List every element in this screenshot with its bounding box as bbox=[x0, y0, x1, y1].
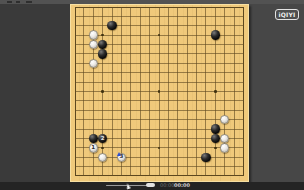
last-move-triangle-marker bbox=[117, 152, 121, 156]
move-number-label: 1 bbox=[91, 145, 95, 151]
title-strip-mark bbox=[16, 1, 20, 3]
seek-bar-thumb[interactable] bbox=[146, 183, 155, 187]
go-board[interactable]: 213 bbox=[70, 4, 249, 183]
stone-black bbox=[107, 21, 116, 30]
stone-black bbox=[201, 153, 210, 162]
time-total: 00:00 bbox=[174, 183, 190, 189]
stone-white: 3 bbox=[117, 153, 126, 162]
stone-black bbox=[211, 134, 220, 143]
player-background-left bbox=[0, 0, 70, 190]
player-background-right bbox=[249, 0, 304, 190]
stone-black bbox=[211, 30, 220, 39]
video-frame: 213 iQIYI 00:00 00:00 bbox=[0, 0, 304, 190]
title-strip-mark bbox=[26, 1, 32, 3]
stone-white bbox=[89, 40, 98, 49]
player-control-bar: 00:00 00:00 bbox=[0, 182, 304, 190]
stone-white bbox=[89, 30, 98, 39]
stone-white bbox=[220, 143, 229, 152]
stone-white bbox=[220, 134, 229, 143]
time-elapsed: 00:00 bbox=[160, 183, 174, 189]
move-number-label: 2 bbox=[101, 136, 105, 142]
stone-white bbox=[220, 115, 229, 124]
stone-black bbox=[98, 49, 107, 58]
stone-black bbox=[89, 134, 98, 143]
stone-black bbox=[98, 40, 107, 49]
title-strip-mark bbox=[7, 1, 12, 3]
stone-white bbox=[89, 59, 98, 68]
stone-white: 1 bbox=[89, 143, 98, 152]
stone-black bbox=[211, 124, 220, 133]
stone-black: 2 bbox=[98, 134, 107, 143]
board-stones: 213 bbox=[75, 7, 244, 176]
stone-white bbox=[98, 153, 107, 162]
iqiyi-watermark-logo: iQIYI bbox=[275, 9, 299, 20]
